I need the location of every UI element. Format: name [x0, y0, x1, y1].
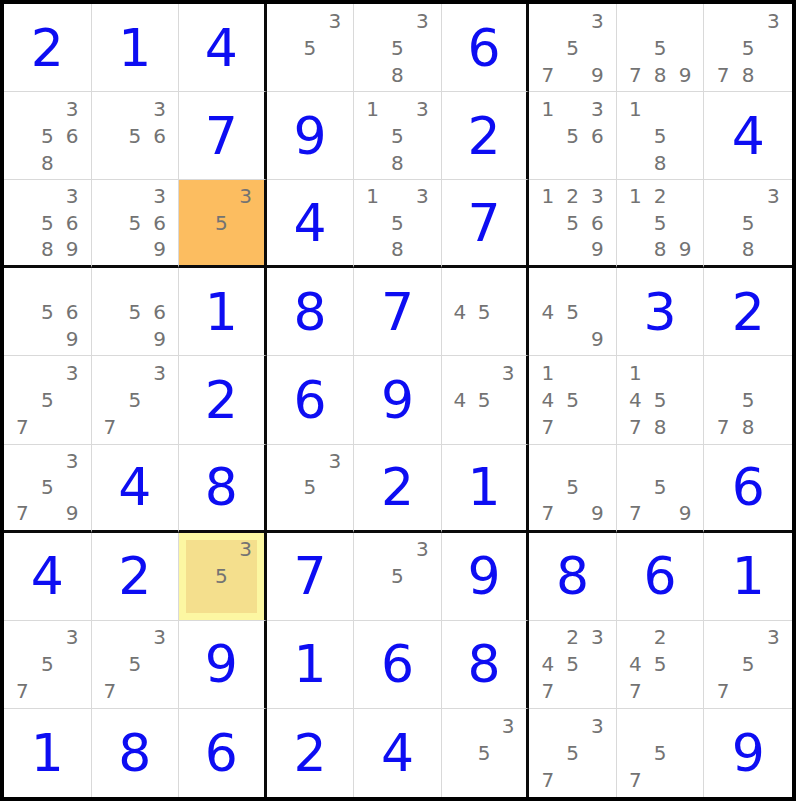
candidate-grid: 357	[4, 621, 91, 708]
candidate-digit: 4	[623, 651, 648, 678]
candidate-grid: 358	[354, 4, 441, 91]
candidate-digit: 3	[147, 183, 172, 209]
candidate-digit: 8	[385, 61, 410, 88]
candidate-digit: 3	[60, 624, 85, 651]
cell-r4c6[interactable]: 45	[442, 268, 530, 356]
candidate-grid: 3579	[529, 4, 616, 91]
solved-digit: 1	[468, 461, 501, 513]
cell-r7c6[interactable]: 9	[442, 533, 530, 621]
solved-digit: 8	[556, 550, 589, 602]
cell-r1c3[interactable]: 4	[179, 4, 267, 92]
candidate-grid: 569	[4, 268, 91, 355]
candidate-digit: 9	[60, 500, 85, 526]
candidate-digit: 5	[560, 739, 585, 766]
candidate-digit: 4	[535, 651, 560, 678]
candidate-digit: 7	[98, 678, 123, 705]
candidate-digit: 9	[60, 325, 85, 352]
candidate-digit: 5	[385, 34, 410, 61]
solved-digit: 1	[205, 286, 238, 338]
candidate-digit: 9	[585, 61, 610, 88]
candidate-digit: 5	[648, 122, 673, 149]
cell-r8c3[interactable]: 9	[179, 621, 267, 709]
cell-r1c6[interactable]: 6	[442, 4, 530, 92]
cell-r5c4[interactable]: 6	[267, 356, 355, 444]
candidate-digit: 7	[535, 61, 560, 88]
candidate-digit: 5	[736, 651, 761, 678]
candidate-digit: 7	[623, 767, 648, 794]
cell-r3c2[interactable]: 3569	[92, 180, 180, 268]
candidate-digit: 2	[648, 183, 673, 209]
cell-r6c3[interactable]: 8	[179, 445, 267, 533]
candidate-grid: 35689	[4, 180, 91, 265]
candidate-digit: 3	[233, 536, 257, 563]
candidate-digit: 2	[560, 183, 585, 209]
candidate-digit: 5	[385, 122, 410, 149]
candidate-digit: 5	[736, 210, 761, 236]
candidate-digit: 1	[535, 183, 560, 209]
cell-r9c8[interactable]: 57	[617, 709, 705, 797]
cell-r6c7[interactable]: 579	[529, 445, 617, 533]
candidate-digit: 8	[736, 61, 761, 88]
candidate-digit: 3	[761, 7, 786, 34]
cell-r3c3[interactable]: 35	[179, 180, 267, 268]
candidate-grid: 3568	[4, 92, 91, 179]
cell-r1c8[interactable]: 5789	[617, 4, 705, 92]
solved-digit: 1	[732, 550, 765, 602]
candidate-digit: 5	[298, 34, 323, 61]
cell-r4c9[interactable]: 2	[704, 268, 792, 356]
candidate-digit: 7	[623, 500, 648, 526]
cell-r5c2[interactable]: 357	[92, 356, 180, 444]
cell-r9c2[interactable]: 8	[92, 709, 180, 797]
solved-digit: 1	[293, 638, 326, 690]
candidate-digit: 3	[585, 95, 610, 122]
cell-r6c4[interactable]: 35	[267, 445, 355, 533]
solved-digit: 4	[293, 197, 326, 249]
cell-r8c8[interactable]: 2457	[617, 621, 705, 709]
candidate-digit: 3	[761, 624, 786, 651]
candidate-digit: 5	[385, 210, 410, 236]
candidate-digit: 9	[673, 500, 698, 526]
candidate-digit: 7	[535, 414, 560, 441]
cell-r1c5[interactable]: 358	[354, 4, 442, 92]
candidate-digit: 5	[472, 739, 496, 766]
candidate-digit: 5	[122, 386, 147, 413]
candidate-grid: 569	[92, 268, 179, 355]
candidate-digit: 9	[673, 61, 698, 88]
candidate-grid: 45	[442, 268, 527, 355]
cell-r5c3[interactable]: 2	[179, 356, 267, 444]
candidate-digit: 5	[560, 298, 585, 325]
cell-r2c9[interactable]: 4	[704, 92, 792, 180]
cell-r6c5[interactable]: 2	[354, 445, 442, 533]
candidate-grid: 459	[529, 268, 616, 355]
solved-digit: 9	[205, 638, 238, 690]
cell-r9c6[interactable]: 35	[442, 709, 530, 797]
cell-r4c8[interactable]: 3	[617, 268, 705, 356]
candidate-grid: 357	[92, 356, 179, 443]
candidate-grid: 358	[704, 180, 792, 265]
solved-digit: 4	[732, 110, 765, 162]
solved-digit: 7	[381, 286, 414, 338]
candidate-digit: 4	[623, 386, 648, 413]
cell-r2c3[interactable]: 7	[179, 92, 267, 180]
solved-digit: 3	[644, 286, 677, 338]
candidate-digit: 3	[496, 359, 520, 386]
cell-r3c1[interactable]: 35689	[4, 180, 92, 268]
cell-r7c2[interactable]: 2	[92, 533, 180, 621]
solved-digit: 8	[118, 727, 151, 779]
cell-r5c1[interactable]: 357	[4, 356, 92, 444]
solved-digit: 8	[293, 286, 326, 338]
candidate-digit: 5	[648, 34, 673, 61]
cell-r3c7[interactable]: 123569	[529, 180, 617, 268]
candidate-digit: 1	[535, 95, 560, 122]
candidate-digit: 7	[710, 414, 735, 441]
candidate-digit: 5	[560, 474, 585, 500]
candidate-digit: 9	[147, 325, 172, 352]
candidate-digit: 5	[35, 122, 60, 149]
solved-digit: 2	[31, 22, 64, 74]
candidate-digit: 4	[448, 298, 472, 325]
candidate-grid: 357	[4, 356, 91, 443]
candidate-digit: 5	[35, 210, 60, 236]
candidate-digit: 8	[648, 149, 673, 176]
cell-r8c9[interactable]: 357	[704, 621, 792, 709]
cell-r8c7[interactable]: 23457	[529, 621, 617, 709]
candidate-digit: 6	[147, 210, 172, 236]
candidate-digit: 4	[535, 298, 560, 325]
candidate-digit: 7	[623, 414, 648, 441]
candidate-digit: 9	[585, 500, 610, 526]
candidate-digit: 6	[60, 122, 85, 149]
cell-r6c8[interactable]: 579	[617, 445, 705, 533]
candidate-digit: 6	[60, 210, 85, 236]
candidate-digit: 5	[648, 474, 673, 500]
candidate-digit: 5	[736, 34, 761, 61]
candidate-grid: 357	[704, 621, 792, 708]
cell-r3c5[interactable]: 1358	[354, 180, 442, 268]
cell-r5c7[interactable]: 1457	[529, 356, 617, 444]
solved-digit: 2	[118, 550, 151, 602]
solved-digit: 4	[118, 461, 151, 513]
solved-digit: 9	[468, 550, 501, 602]
candidate-digit: 8	[35, 149, 60, 176]
cell-r8c2[interactable]: 357	[92, 621, 180, 709]
candidate-digit: 5	[472, 298, 496, 325]
cell-r2c8[interactable]: 158	[617, 92, 705, 180]
candidate-grid: 23457	[529, 621, 616, 708]
solved-digit: 2	[205, 374, 238, 426]
candidate-digit: 5	[736, 386, 761, 413]
cell-r5c6[interactable]: 345	[442, 356, 530, 444]
candidate-digit: 8	[736, 414, 761, 441]
cell-r7c9[interactable]: 1	[704, 533, 792, 621]
cell-r2c1[interactable]: 3568	[4, 92, 92, 180]
candidate-digit: 5	[122, 122, 147, 149]
candidate-digit: 7	[623, 61, 648, 88]
cell-r8c4[interactable]: 1	[267, 621, 355, 709]
candidate-grid: 345	[442, 356, 527, 443]
candidate-grid: 1457	[529, 356, 616, 443]
cell-r9c4[interactable]: 2	[267, 709, 355, 797]
candidate-digit: 7	[535, 767, 560, 794]
candidate-digit: 6	[147, 298, 172, 325]
candidate-digit: 7	[710, 61, 735, 88]
cell-r2c2[interactable]: 356	[92, 92, 180, 180]
candidate-digit: 9	[147, 236, 172, 262]
candidate-grid: 57	[617, 709, 704, 797]
candidate-digit: 1	[623, 183, 648, 209]
candidate-grid: 35	[179, 180, 264, 265]
candidate-digit: 3	[410, 183, 435, 209]
cell-r6c2[interactable]: 4	[92, 445, 180, 533]
candidate-digit: 3	[147, 359, 172, 386]
candidate-digit: 5	[122, 298, 147, 325]
cell-r4c4[interactable]: 8	[267, 268, 355, 356]
candidate-digit: 3	[410, 7, 435, 34]
candidate-digit: 8	[385, 236, 410, 262]
candidate-digit: 3	[147, 95, 172, 122]
candidate-digit: 9	[673, 236, 698, 262]
solved-digit: 1	[31, 727, 64, 779]
solved-digit: 8	[205, 461, 238, 513]
solved-digit: 9	[293, 110, 326, 162]
cell-r1c2[interactable]: 1	[92, 4, 180, 92]
solved-digit: 1	[118, 22, 151, 74]
candidate-digit: 3	[410, 536, 435, 563]
candidate-grid: 35	[442, 709, 527, 797]
cell-r5c9[interactable]: 578	[704, 356, 792, 444]
candidate-digit: 3	[761, 183, 786, 209]
candidate-digit: 5	[648, 386, 673, 413]
candidate-digit: 7	[623, 678, 648, 705]
candidate-grid: 357	[529, 709, 616, 797]
candidate-digit: 3	[60, 359, 85, 386]
candidate-digit: 3	[60, 448, 85, 474]
cell-r2c7[interactable]: 1356	[529, 92, 617, 180]
candidate-digit: 7	[98, 414, 123, 441]
candidate-digit: 8	[736, 236, 761, 262]
candidate-grid: 35	[179, 533, 264, 620]
candidate-digit: 3	[60, 95, 85, 122]
candidate-digit: 8	[35, 236, 60, 262]
cell-r4c2[interactable]: 569	[92, 268, 180, 356]
candidate-digit: 7	[535, 500, 560, 526]
candidate-digit: 3	[322, 7, 347, 34]
solved-digit: 6	[644, 550, 677, 602]
candidate-digit: 5	[298, 474, 323, 500]
candidate-digit: 5	[209, 210, 233, 236]
cell-r9c5[interactable]: 4	[354, 709, 442, 797]
candidate-grid: 3579	[4, 445, 91, 530]
solved-digit: 6	[205, 727, 238, 779]
candidate-digit: 5	[560, 210, 585, 236]
cell-r6c1[interactable]: 3579	[4, 445, 92, 533]
solved-digit: 6	[468, 22, 501, 74]
cell-r1c7[interactable]: 3579	[529, 4, 617, 92]
candidate-digit: 5	[648, 651, 673, 678]
candidate-digit: 3	[585, 7, 610, 34]
candidate-digit: 5	[648, 739, 673, 766]
cell-r1c9[interactable]: 3578	[704, 4, 792, 92]
candidate-digit: 2	[560, 624, 585, 651]
cell-r8c1[interactable]: 357	[4, 621, 92, 709]
cell-r7c4[interactable]: 7	[267, 533, 355, 621]
candidate-digit: 5	[122, 651, 147, 678]
candidate-grid: 14578	[617, 356, 704, 443]
cell-r1c4[interactable]: 35	[267, 4, 355, 92]
candidate-grid: 5789	[617, 4, 704, 91]
candidate-digit: 3	[585, 183, 610, 209]
candidate-digit: 3	[147, 624, 172, 651]
candidate-digit: 7	[10, 678, 35, 705]
candidate-digit: 3	[410, 95, 435, 122]
candidate-grid: 35	[267, 445, 354, 530]
cell-r7c8[interactable]: 6	[617, 533, 705, 621]
solved-digit: 2	[732, 286, 765, 338]
candidate-digit: 3	[322, 448, 347, 474]
candidate-digit: 5	[472, 386, 496, 413]
candidate-digit: 6	[60, 298, 85, 325]
candidate-grid: 12589	[617, 180, 704, 265]
candidate-digit: 6	[585, 122, 610, 149]
candidate-digit: 3	[496, 712, 520, 739]
cell-r9c9[interactable]: 9	[704, 709, 792, 797]
candidate-grid: 579	[617, 445, 704, 530]
candidate-digit: 6	[147, 122, 172, 149]
candidate-digit: 9	[585, 236, 610, 262]
candidate-grid: 1356	[529, 92, 616, 179]
candidate-digit: 8	[385, 149, 410, 176]
cell-r9c7[interactable]: 357	[529, 709, 617, 797]
cell-r3c6[interactable]: 7	[442, 180, 530, 268]
candidate-digit: 8	[648, 61, 673, 88]
cell-r6c6[interactable]: 1	[442, 445, 530, 533]
solved-digit: 9	[381, 374, 414, 426]
solved-digit: 9	[732, 727, 765, 779]
cell-r1c1[interactable]: 2	[4, 4, 92, 92]
cell-r9c1[interactable]: 1	[4, 709, 92, 797]
solved-digit: 6	[732, 461, 765, 513]
candidate-grid: 3578	[704, 4, 792, 91]
solved-digit: 4	[205, 22, 238, 74]
candidate-grid: 2457	[617, 621, 704, 708]
candidate-grid: 158	[617, 92, 704, 179]
candidate-grid: 123569	[529, 180, 616, 265]
candidate-digit: 6	[585, 210, 610, 236]
candidate-digit: 5	[648, 210, 673, 236]
cell-r7c1[interactable]: 4	[4, 533, 92, 621]
candidate-digit: 3	[585, 712, 610, 739]
candidate-digit: 9	[585, 325, 610, 352]
cell-r5c5[interactable]: 9	[354, 356, 442, 444]
candidate-digit: 1	[535, 359, 560, 386]
candidate-digit: 5	[35, 386, 60, 413]
cell-r2c4[interactable]: 9	[267, 92, 355, 180]
candidate-grid: 579	[529, 445, 616, 530]
candidate-digit: 5	[560, 651, 585, 678]
cell-r5c8[interactable]: 14578	[617, 356, 705, 444]
candidate-digit: 7	[535, 678, 560, 705]
candidate-digit: 5	[560, 34, 585, 61]
candidate-digit: 8	[648, 236, 673, 262]
candidate-digit: 5	[35, 298, 60, 325]
candidate-digit: 1	[360, 95, 385, 122]
candidate-grid: 578	[704, 356, 792, 443]
candidate-digit: 5	[35, 474, 60, 500]
solved-digit: 2	[468, 110, 501, 162]
candidate-digit: 5	[560, 122, 585, 149]
solved-digit: 4	[381, 727, 414, 779]
candidate-digit: 3	[585, 624, 610, 651]
candidate-digit: 8	[648, 414, 673, 441]
solved-digit: 6	[381, 638, 414, 690]
candidate-digit: 7	[10, 500, 35, 526]
cell-r8c6[interactable]: 8	[442, 621, 530, 709]
solved-digit: 7	[205, 110, 238, 162]
candidate-digit: 5	[385, 563, 410, 590]
cell-r3c4[interactable]: 4	[267, 180, 355, 268]
solved-digit: 7	[468, 197, 501, 249]
cell-r3c9[interactable]: 358	[704, 180, 792, 268]
solved-digit: 2	[381, 461, 414, 513]
cell-r2c6[interactable]: 2	[442, 92, 530, 180]
cell-r6c9[interactable]: 6	[704, 445, 792, 533]
candidate-digit: 9	[60, 236, 85, 262]
candidate-digit: 5	[35, 651, 60, 678]
candidate-digit: 4	[448, 386, 472, 413]
cell-r7c3[interactable]: 35	[179, 533, 267, 621]
cell-r4c3[interactable]: 1	[179, 268, 267, 356]
cell-r4c7[interactable]: 459	[529, 268, 617, 356]
candidate-digit: 3	[233, 183, 257, 209]
candidate-digit: 1	[360, 183, 385, 209]
solved-digit: 6	[293, 374, 326, 426]
solved-digit: 4	[31, 550, 64, 602]
cell-r4c5[interactable]: 7	[354, 268, 442, 356]
candidate-digit: 1	[623, 95, 648, 122]
candidate-digit: 5	[209, 563, 233, 590]
cell-r3c8[interactable]: 12589	[617, 180, 705, 268]
solved-digit: 7	[293, 550, 326, 602]
candidate-grid: 3569	[92, 180, 179, 265]
candidate-grid: 35	[354, 533, 441, 620]
candidate-digit: 7	[710, 678, 735, 705]
solved-digit: 8	[468, 638, 501, 690]
candidate-digit: 5	[560, 386, 585, 413]
cell-r9c3[interactable]: 6	[179, 709, 267, 797]
cell-r2c5[interactable]: 1358	[354, 92, 442, 180]
cell-r7c5[interactable]: 35	[354, 533, 442, 621]
candidate-digit: 7	[10, 414, 35, 441]
candidate-digit: 3	[60, 183, 85, 209]
candidate-grid: 1358	[354, 180, 441, 265]
candidate-digit: 1	[623, 359, 648, 386]
sudoku-board: 2143535863579578935783568356791358213561…	[0, 0, 796, 801]
candidate-grid: 357	[92, 621, 179, 708]
candidate-grid: 1358	[354, 92, 441, 179]
candidate-digit: 4	[535, 386, 560, 413]
cell-r7c7[interactable]: 8	[529, 533, 617, 621]
candidate-grid: 356	[92, 92, 179, 179]
cell-r8c5[interactable]: 6	[354, 621, 442, 709]
candidate-digit: 2	[648, 624, 673, 651]
cell-r4c1[interactable]: 569	[4, 268, 92, 356]
solved-digit: 2	[293, 727, 326, 779]
candidate-digit: 5	[122, 210, 147, 236]
candidate-grid: 35	[267, 4, 354, 91]
